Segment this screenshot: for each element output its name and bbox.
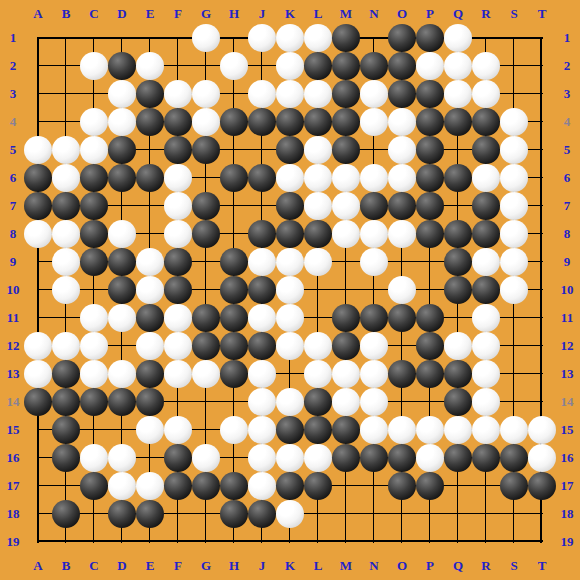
board-cell-E10[interactable] <box>136 276 164 304</box>
board-cell-P18[interactable] <box>416 500 444 528</box>
board-cell-P7[interactable] <box>416 192 444 220</box>
board-cell-J4[interactable] <box>248 108 276 136</box>
board-cell-H5[interactable] <box>220 136 248 164</box>
board-cell-F2[interactable] <box>164 52 192 80</box>
board-cell-N18[interactable] <box>360 500 388 528</box>
board-cell-H1[interactable] <box>220 24 248 52</box>
board-cell-T11[interactable] <box>528 304 556 332</box>
board-cell-O11[interactable] <box>388 304 416 332</box>
board-cell-M11[interactable] <box>332 304 360 332</box>
board-cell-B4[interactable] <box>52 108 80 136</box>
board-cell-K5[interactable] <box>276 136 304 164</box>
board-cell-K9[interactable] <box>276 248 304 276</box>
board-cell-R1[interactable] <box>472 24 500 52</box>
board-cell-O16[interactable] <box>388 444 416 472</box>
board-cell-F6[interactable] <box>164 164 192 192</box>
board-cell-T9[interactable] <box>528 248 556 276</box>
board-cell-B12[interactable] <box>52 332 80 360</box>
board-cell-O5[interactable] <box>388 136 416 164</box>
board-cell-E11[interactable] <box>136 304 164 332</box>
board-cell-G1[interactable] <box>192 24 220 52</box>
board-cell-Q7[interactable] <box>444 192 472 220</box>
board-cell-O1[interactable] <box>388 24 416 52</box>
board-cell-E19[interactable] <box>136 528 164 556</box>
board-cell-O17[interactable] <box>388 472 416 500</box>
board-cell-B15[interactable] <box>52 416 80 444</box>
board-cell-A17[interactable] <box>24 472 52 500</box>
board-cell-E13[interactable] <box>136 360 164 388</box>
board-cell-D12[interactable] <box>108 332 136 360</box>
board-cell-K7[interactable] <box>276 192 304 220</box>
board-cell-J3[interactable] <box>248 80 276 108</box>
board-cell-G7[interactable] <box>192 192 220 220</box>
board-cell-B19[interactable] <box>52 528 80 556</box>
board-cell-P3[interactable] <box>416 80 444 108</box>
board-cell-R4[interactable] <box>472 108 500 136</box>
board-cell-L15[interactable] <box>304 416 332 444</box>
board-cell-A4[interactable] <box>24 108 52 136</box>
board-cell-P13[interactable] <box>416 360 444 388</box>
board-cell-P4[interactable] <box>416 108 444 136</box>
board-cell-Q4[interactable] <box>444 108 472 136</box>
board-cell-M18[interactable] <box>332 500 360 528</box>
board-cell-M12[interactable] <box>332 332 360 360</box>
board-cell-R9[interactable] <box>472 248 500 276</box>
board-cell-D11[interactable] <box>108 304 136 332</box>
board-cell-T3[interactable] <box>528 80 556 108</box>
board-cell-N3[interactable] <box>360 80 388 108</box>
board-cell-R3[interactable] <box>472 80 500 108</box>
board-cell-R14[interactable] <box>472 388 500 416</box>
board-cell-J12[interactable] <box>248 332 276 360</box>
board-cell-J6[interactable] <box>248 164 276 192</box>
board-cell-C16[interactable] <box>80 444 108 472</box>
board-cell-G18[interactable] <box>192 500 220 528</box>
board-cell-H8[interactable] <box>220 220 248 248</box>
board-cell-H10[interactable] <box>220 276 248 304</box>
board-cell-M8[interactable] <box>332 220 360 248</box>
board-cell-D9[interactable] <box>108 248 136 276</box>
board-cell-B2[interactable] <box>52 52 80 80</box>
board-cell-S6[interactable] <box>500 164 528 192</box>
board-cell-L2[interactable] <box>304 52 332 80</box>
board-cell-S12[interactable] <box>500 332 528 360</box>
board-cell-H15[interactable] <box>220 416 248 444</box>
board-cell-Q9[interactable] <box>444 248 472 276</box>
board-cell-E3[interactable] <box>136 80 164 108</box>
board-cell-R16[interactable] <box>472 444 500 472</box>
board-cell-K6[interactable] <box>276 164 304 192</box>
board-cell-Q18[interactable] <box>444 500 472 528</box>
board-cell-J10[interactable] <box>248 276 276 304</box>
board-cell-E1[interactable] <box>136 24 164 52</box>
board-cell-H2[interactable] <box>220 52 248 80</box>
board-cell-R6[interactable] <box>472 164 500 192</box>
board-cell-M15[interactable] <box>332 416 360 444</box>
board-cell-B6[interactable] <box>52 164 80 192</box>
board-cell-G11[interactable] <box>192 304 220 332</box>
board-cell-E8[interactable] <box>136 220 164 248</box>
board-cell-K4[interactable] <box>276 108 304 136</box>
board-cell-C6[interactable] <box>80 164 108 192</box>
board-cell-K17[interactable] <box>276 472 304 500</box>
board-cell-K8[interactable] <box>276 220 304 248</box>
board-cell-T5[interactable] <box>528 136 556 164</box>
board-cell-J16[interactable] <box>248 444 276 472</box>
board-cell-S9[interactable] <box>500 248 528 276</box>
board-cell-H6[interactable] <box>220 164 248 192</box>
board-cell-D13[interactable] <box>108 360 136 388</box>
board-cell-G9[interactable] <box>192 248 220 276</box>
board-cell-Q3[interactable] <box>444 80 472 108</box>
board-cell-S16[interactable] <box>500 444 528 472</box>
board-cell-N5[interactable] <box>360 136 388 164</box>
board-cell-D16[interactable] <box>108 444 136 472</box>
board-cell-R17[interactable] <box>472 472 500 500</box>
board-cell-D8[interactable] <box>108 220 136 248</box>
board-cell-H11[interactable] <box>220 304 248 332</box>
board-cell-J9[interactable] <box>248 248 276 276</box>
board-cell-E2[interactable] <box>136 52 164 80</box>
board-cell-G19[interactable] <box>192 528 220 556</box>
board-cell-R2[interactable] <box>472 52 500 80</box>
board-cell-T6[interactable] <box>528 164 556 192</box>
board-cell-S11[interactable] <box>500 304 528 332</box>
board-cell-R15[interactable] <box>472 416 500 444</box>
board-cell-N17[interactable] <box>360 472 388 500</box>
board-cell-Q2[interactable] <box>444 52 472 80</box>
board-cell-F18[interactable] <box>164 500 192 528</box>
board-cell-J15[interactable] <box>248 416 276 444</box>
board-cell-J1[interactable] <box>248 24 276 52</box>
board-cell-F12[interactable] <box>164 332 192 360</box>
board-cell-T12[interactable] <box>528 332 556 360</box>
board-cell-B8[interactable] <box>52 220 80 248</box>
board-cell-H14[interactable] <box>220 388 248 416</box>
board-cell-A16[interactable] <box>24 444 52 472</box>
board-cell-Q5[interactable] <box>444 136 472 164</box>
board-cell-C13[interactable] <box>80 360 108 388</box>
board-cell-R12[interactable] <box>472 332 500 360</box>
board-cell-C5[interactable] <box>80 136 108 164</box>
board-cell-J13[interactable] <box>248 360 276 388</box>
board-cell-K15[interactable] <box>276 416 304 444</box>
board-cell-T16[interactable] <box>528 444 556 472</box>
board-cell-H19[interactable] <box>220 528 248 556</box>
board-cell-L11[interactable] <box>304 304 332 332</box>
board-cell-Q1[interactable] <box>444 24 472 52</box>
board-cell-Q17[interactable] <box>444 472 472 500</box>
board-cell-O7[interactable] <box>388 192 416 220</box>
board-cell-B17[interactable] <box>52 472 80 500</box>
board-cell-T1[interactable] <box>528 24 556 52</box>
board-cell-K10[interactable] <box>276 276 304 304</box>
board-cell-R19[interactable] <box>472 528 500 556</box>
board-cell-G13[interactable] <box>192 360 220 388</box>
board-cell-S7[interactable] <box>500 192 528 220</box>
board-cell-P17[interactable] <box>416 472 444 500</box>
board-cell-K13[interactable] <box>276 360 304 388</box>
board-cell-F15[interactable] <box>164 416 192 444</box>
board-cell-L14[interactable] <box>304 388 332 416</box>
board-cell-C9[interactable] <box>80 248 108 276</box>
board-cell-T13[interactable] <box>528 360 556 388</box>
board-cell-A10[interactable] <box>24 276 52 304</box>
board-cell-T17[interactable] <box>528 472 556 500</box>
board-cell-P8[interactable] <box>416 220 444 248</box>
board-cell-M16[interactable] <box>332 444 360 472</box>
board-cell-H17[interactable] <box>220 472 248 500</box>
board-cell-D4[interactable] <box>108 108 136 136</box>
board-cell-F13[interactable] <box>164 360 192 388</box>
board-cell-M14[interactable] <box>332 388 360 416</box>
board-cell-Q10[interactable] <box>444 276 472 304</box>
board-cell-A9[interactable] <box>24 248 52 276</box>
board-cell-N2[interactable] <box>360 52 388 80</box>
board-cell-E16[interactable] <box>136 444 164 472</box>
board-cell-G8[interactable] <box>192 220 220 248</box>
board-cell-T14[interactable] <box>528 388 556 416</box>
board-cell-P6[interactable] <box>416 164 444 192</box>
board-cell-P9[interactable] <box>416 248 444 276</box>
board-cell-N19[interactable] <box>360 528 388 556</box>
board-cell-L17[interactable] <box>304 472 332 500</box>
board-cell-H12[interactable] <box>220 332 248 360</box>
board-cell-D14[interactable] <box>108 388 136 416</box>
board-cell-H4[interactable] <box>220 108 248 136</box>
board-cell-T8[interactable] <box>528 220 556 248</box>
board-cell-J14[interactable] <box>248 388 276 416</box>
board-cell-F1[interactable] <box>164 24 192 52</box>
board-cell-K3[interactable] <box>276 80 304 108</box>
board-cell-N6[interactable] <box>360 164 388 192</box>
board-cell-J17[interactable] <box>248 472 276 500</box>
board-cell-C10[interactable] <box>80 276 108 304</box>
board-cell-H3[interactable] <box>220 80 248 108</box>
board-cell-F7[interactable] <box>164 192 192 220</box>
board-cell-P11[interactable] <box>416 304 444 332</box>
board-cell-M9[interactable] <box>332 248 360 276</box>
board-cell-L9[interactable] <box>304 248 332 276</box>
board-cell-J2[interactable] <box>248 52 276 80</box>
board-cell-O19[interactable] <box>388 528 416 556</box>
board-cell-J11[interactable] <box>248 304 276 332</box>
board-cell-G16[interactable] <box>192 444 220 472</box>
board-cell-S14[interactable] <box>500 388 528 416</box>
board-cell-E17[interactable] <box>136 472 164 500</box>
board-cell-N8[interactable] <box>360 220 388 248</box>
board-cell-S13[interactable] <box>500 360 528 388</box>
board-cell-M5[interactable] <box>332 136 360 164</box>
board-cell-A15[interactable] <box>24 416 52 444</box>
board-cell-L8[interactable] <box>304 220 332 248</box>
board-cell-A7[interactable] <box>24 192 52 220</box>
board-cell-D15[interactable] <box>108 416 136 444</box>
board-cell-D5[interactable] <box>108 136 136 164</box>
board-cell-K2[interactable] <box>276 52 304 80</box>
board-cell-A8[interactable] <box>24 220 52 248</box>
board-cell-K19[interactable] <box>276 528 304 556</box>
board-cell-E15[interactable] <box>136 416 164 444</box>
board-cell-B13[interactable] <box>52 360 80 388</box>
board-cell-Q8[interactable] <box>444 220 472 248</box>
board-cell-L19[interactable] <box>304 528 332 556</box>
board-cell-T15[interactable] <box>528 416 556 444</box>
board-cell-G2[interactable] <box>192 52 220 80</box>
board-cell-G12[interactable] <box>192 332 220 360</box>
board-cell-Q6[interactable] <box>444 164 472 192</box>
board-cell-S15[interactable] <box>500 416 528 444</box>
board-cell-J18[interactable] <box>248 500 276 528</box>
board-cell-M13[interactable] <box>332 360 360 388</box>
board-cell-B5[interactable] <box>52 136 80 164</box>
board-cell-J7[interactable] <box>248 192 276 220</box>
board-cell-B11[interactable] <box>52 304 80 332</box>
board-cell-E7[interactable] <box>136 192 164 220</box>
board-cell-N14[interactable] <box>360 388 388 416</box>
board-cell-L1[interactable] <box>304 24 332 52</box>
board-cell-F16[interactable] <box>164 444 192 472</box>
board-cell-F9[interactable] <box>164 248 192 276</box>
board-cell-O14[interactable] <box>388 388 416 416</box>
board-cell-P15[interactable] <box>416 416 444 444</box>
board-cell-D7[interactable] <box>108 192 136 220</box>
board-cell-S3[interactable] <box>500 80 528 108</box>
board-cell-M7[interactable] <box>332 192 360 220</box>
board-cell-A18[interactable] <box>24 500 52 528</box>
board-cell-F4[interactable] <box>164 108 192 136</box>
board-cell-A2[interactable] <box>24 52 52 80</box>
board-cell-F14[interactable] <box>164 388 192 416</box>
board-cell-A12[interactable] <box>24 332 52 360</box>
board-cell-L5[interactable] <box>304 136 332 164</box>
board-cell-H13[interactable] <box>220 360 248 388</box>
board-cell-O10[interactable] <box>388 276 416 304</box>
board-cell-F10[interactable] <box>164 276 192 304</box>
board-cell-B9[interactable] <box>52 248 80 276</box>
board-cell-N4[interactable] <box>360 108 388 136</box>
board-cell-S1[interactable] <box>500 24 528 52</box>
board-cell-K11[interactable] <box>276 304 304 332</box>
board-cell-Q11[interactable] <box>444 304 472 332</box>
board-cell-P1[interactable] <box>416 24 444 52</box>
board-cell-C12[interactable] <box>80 332 108 360</box>
board-cell-B10[interactable] <box>52 276 80 304</box>
board-cell-O6[interactable] <box>388 164 416 192</box>
board-cell-A6[interactable] <box>24 164 52 192</box>
board-cell-H7[interactable] <box>220 192 248 220</box>
board-cell-D10[interactable] <box>108 276 136 304</box>
board-cell-R18[interactable] <box>472 500 500 528</box>
board-cell-K14[interactable] <box>276 388 304 416</box>
board-cell-A1[interactable] <box>24 24 52 52</box>
board-cell-G4[interactable] <box>192 108 220 136</box>
board-cell-E4[interactable] <box>136 108 164 136</box>
board-cell-F8[interactable] <box>164 220 192 248</box>
board-cell-S5[interactable] <box>500 136 528 164</box>
board-cell-S8[interactable] <box>500 220 528 248</box>
board-cell-D17[interactable] <box>108 472 136 500</box>
board-cell-K16[interactable] <box>276 444 304 472</box>
board-cell-C1[interactable] <box>80 24 108 52</box>
board-cell-N16[interactable] <box>360 444 388 472</box>
board-cell-M4[interactable] <box>332 108 360 136</box>
board-cell-M6[interactable] <box>332 164 360 192</box>
board-cell-D2[interactable] <box>108 52 136 80</box>
board-cell-L7[interactable] <box>304 192 332 220</box>
board-cell-P12[interactable] <box>416 332 444 360</box>
board-cell-R7[interactable] <box>472 192 500 220</box>
board-cell-D1[interactable] <box>108 24 136 52</box>
board-cell-S4[interactable] <box>500 108 528 136</box>
board-cell-K1[interactable] <box>276 24 304 52</box>
board-cell-A19[interactable] <box>24 528 52 556</box>
board-cell-N11[interactable] <box>360 304 388 332</box>
board-cell-M3[interactable] <box>332 80 360 108</box>
board-cell-T19[interactable] <box>528 528 556 556</box>
board-cell-F5[interactable] <box>164 136 192 164</box>
board-cell-E18[interactable] <box>136 500 164 528</box>
board-cell-N7[interactable] <box>360 192 388 220</box>
board-cell-C8[interactable] <box>80 220 108 248</box>
board-cell-B7[interactable] <box>52 192 80 220</box>
board-cell-N13[interactable] <box>360 360 388 388</box>
board-cell-O15[interactable] <box>388 416 416 444</box>
board-cell-A3[interactable] <box>24 80 52 108</box>
board-cell-P16[interactable] <box>416 444 444 472</box>
board-cell-F17[interactable] <box>164 472 192 500</box>
board-cell-Q14[interactable] <box>444 388 472 416</box>
board-cell-H9[interactable] <box>220 248 248 276</box>
board-cell-T2[interactable] <box>528 52 556 80</box>
board-cell-Q13[interactable] <box>444 360 472 388</box>
board-cell-G15[interactable] <box>192 416 220 444</box>
board-cell-B16[interactable] <box>52 444 80 472</box>
board-cell-S17[interactable] <box>500 472 528 500</box>
board-cell-C17[interactable] <box>80 472 108 500</box>
board-cell-J8[interactable] <box>248 220 276 248</box>
board-cell-E12[interactable] <box>136 332 164 360</box>
board-cell-L12[interactable] <box>304 332 332 360</box>
board-cell-L3[interactable] <box>304 80 332 108</box>
board-cell-G5[interactable] <box>192 136 220 164</box>
board-cell-A14[interactable] <box>24 388 52 416</box>
board-cell-J19[interactable] <box>248 528 276 556</box>
board-cell-Q19[interactable] <box>444 528 472 556</box>
board-cell-L4[interactable] <box>304 108 332 136</box>
board-cell-O4[interactable] <box>388 108 416 136</box>
board-cell-S19[interactable] <box>500 528 528 556</box>
board-cell-C19[interactable] <box>80 528 108 556</box>
board-cell-N12[interactable] <box>360 332 388 360</box>
board-cell-L16[interactable] <box>304 444 332 472</box>
board-cell-T10[interactable] <box>528 276 556 304</box>
board-cell-L10[interactable] <box>304 276 332 304</box>
board-cell-O2[interactable] <box>388 52 416 80</box>
board-cell-G17[interactable] <box>192 472 220 500</box>
board-cell-M10[interactable] <box>332 276 360 304</box>
board-cell-G6[interactable] <box>192 164 220 192</box>
board-cell-T4[interactable] <box>528 108 556 136</box>
board-cell-C11[interactable] <box>80 304 108 332</box>
board-cell-F3[interactable] <box>164 80 192 108</box>
board-cell-O12[interactable] <box>388 332 416 360</box>
board-cell-S10[interactable] <box>500 276 528 304</box>
board-cell-N1[interactable] <box>360 24 388 52</box>
board-cell-P2[interactable] <box>416 52 444 80</box>
board-cell-L18[interactable] <box>304 500 332 528</box>
board-cell-F19[interactable] <box>164 528 192 556</box>
